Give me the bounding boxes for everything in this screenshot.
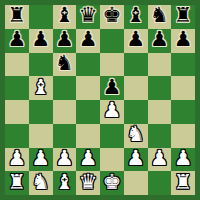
square-b7[interactable]: ♟: [29, 29, 53, 53]
square-b4[interactable]: [29, 100, 53, 124]
piece-white-bishop: ♝: [31, 77, 50, 98]
piece-white-rook: ♜: [174, 172, 193, 193]
square-h3[interactable]: [171, 124, 195, 148]
piece-black-pawn: ♟: [102, 77, 121, 98]
square-a8[interactable]: ♜: [5, 5, 29, 29]
square-d1[interactable]: ♛: [76, 171, 100, 195]
square-d2[interactable]: ♟: [76, 148, 100, 172]
piece-black-bishop: ♝: [126, 5, 145, 26]
square-g6[interactable]: [148, 53, 172, 77]
square-h2[interactable]: ♟: [171, 148, 195, 172]
piece-black-pawn: ♟: [55, 29, 74, 50]
piece-white-pawn: ♟: [55, 148, 74, 169]
piece-white-pawn: ♟: [31, 148, 50, 169]
square-b2[interactable]: ♟: [29, 148, 53, 172]
square-b3[interactable]: [29, 124, 53, 148]
piece-white-pawn: ♟: [150, 148, 169, 169]
square-h7[interactable]: ♟: [171, 29, 195, 53]
square-g5[interactable]: [148, 76, 172, 100]
square-b1[interactable]: ♞: [29, 171, 53, 195]
piece-white-pawn: ♟: [79, 148, 98, 169]
piece-white-queen: ♛: [79, 172, 98, 193]
square-f7[interactable]: ♟: [124, 29, 148, 53]
piece-black-knight: ♞: [150, 5, 169, 26]
square-c6[interactable]: ♞: [53, 53, 77, 77]
square-g1[interactable]: [148, 171, 172, 195]
square-d8[interactable]: ♛: [76, 5, 100, 29]
piece-black-pawn: ♟: [150, 29, 169, 50]
piece-white-knight: ♞: [31, 172, 50, 193]
square-e2[interactable]: [100, 148, 124, 172]
square-h6[interactable]: [171, 53, 195, 77]
piece-black-rook: ♜: [174, 5, 193, 26]
square-f3[interactable]: ♞: [124, 124, 148, 148]
square-f8[interactable]: ♝: [124, 5, 148, 29]
piece-white-pawn: ♟: [102, 100, 121, 121]
square-a2[interactable]: ♟: [5, 148, 29, 172]
square-d3[interactable]: [76, 124, 100, 148]
piece-black-king: ♚: [102, 5, 121, 26]
square-e5[interactable]: ♟: [100, 76, 124, 100]
square-g2[interactable]: ♟: [148, 148, 172, 172]
square-e8[interactable]: ♚: [100, 5, 124, 29]
square-f4[interactable]: [124, 100, 148, 124]
piece-black-rook: ♜: [7, 5, 26, 26]
piece-black-pawn: ♟: [7, 29, 26, 50]
square-a5[interactable]: [5, 76, 29, 100]
square-c4[interactable]: [53, 100, 77, 124]
square-f2[interactable]: ♟: [124, 148, 148, 172]
piece-black-bishop: ♝: [55, 5, 74, 26]
chess-board: ♜♝♛♚♝♞♜♟♟♟♟♟♟♟♞♝♟♟♞♟♟♟♟♟♟♟♜♞♝♛♚♜: [5, 5, 195, 195]
square-a4[interactable]: [5, 100, 29, 124]
square-g7[interactable]: ♟: [148, 29, 172, 53]
square-g8[interactable]: ♞: [148, 5, 172, 29]
square-b6[interactable]: [29, 53, 53, 77]
square-e1[interactable]: ♚: [100, 171, 124, 195]
piece-white-rook: ♜: [7, 172, 26, 193]
square-h5[interactable]: [171, 76, 195, 100]
square-c7[interactable]: ♟: [53, 29, 77, 53]
square-h4[interactable]: [171, 100, 195, 124]
square-f1[interactable]: [124, 171, 148, 195]
piece-black-pawn: ♟: [174, 29, 193, 50]
square-b8[interactable]: [29, 5, 53, 29]
piece-white-pawn: ♟: [126, 148, 145, 169]
square-h8[interactable]: ♜: [171, 5, 195, 29]
square-g4[interactable]: [148, 100, 172, 124]
piece-white-pawn: ♟: [174, 148, 193, 169]
piece-black-pawn: ♟: [126, 29, 145, 50]
square-h1[interactable]: ♜: [171, 171, 195, 195]
square-c3[interactable]: [53, 124, 77, 148]
square-f5[interactable]: [124, 76, 148, 100]
square-d6[interactable]: [76, 53, 100, 77]
square-d4[interactable]: [76, 100, 100, 124]
square-c5[interactable]: [53, 76, 77, 100]
piece-white-king: ♚: [102, 172, 121, 193]
square-g3[interactable]: [148, 124, 172, 148]
piece-white-bishop: ♝: [55, 172, 74, 193]
chess-board-frame: ♜♝♛♚♝♞♜♟♟♟♟♟♟♟♞♝♟♟♞♟♟♟♟♟♟♟♜♞♝♛♚♜: [0, 0, 200, 200]
piece-black-pawn: ♟: [31, 29, 50, 50]
square-e7[interactable]: [100, 29, 124, 53]
square-c1[interactable]: ♝: [53, 171, 77, 195]
piece-black-knight: ♞: [55, 53, 74, 74]
piece-black-queen: ♛: [79, 5, 98, 26]
square-d7[interactable]: ♟: [76, 29, 100, 53]
piece-white-pawn: ♟: [7, 148, 26, 169]
square-a1[interactable]: ♜: [5, 171, 29, 195]
piece-white-knight: ♞: [126, 124, 145, 145]
square-e6[interactable]: [100, 53, 124, 77]
square-a7[interactable]: ♟: [5, 29, 29, 53]
square-c8[interactable]: ♝: [53, 5, 77, 29]
square-a6[interactable]: [5, 53, 29, 77]
square-e3[interactable]: [100, 124, 124, 148]
piece-black-pawn: ♟: [79, 29, 98, 50]
square-a3[interactable]: [5, 124, 29, 148]
square-c2[interactable]: ♟: [53, 148, 77, 172]
square-d5[interactable]: [76, 76, 100, 100]
square-e4[interactable]: ♟: [100, 100, 124, 124]
square-f6[interactable]: [124, 53, 148, 77]
square-b5[interactable]: ♝: [29, 76, 53, 100]
